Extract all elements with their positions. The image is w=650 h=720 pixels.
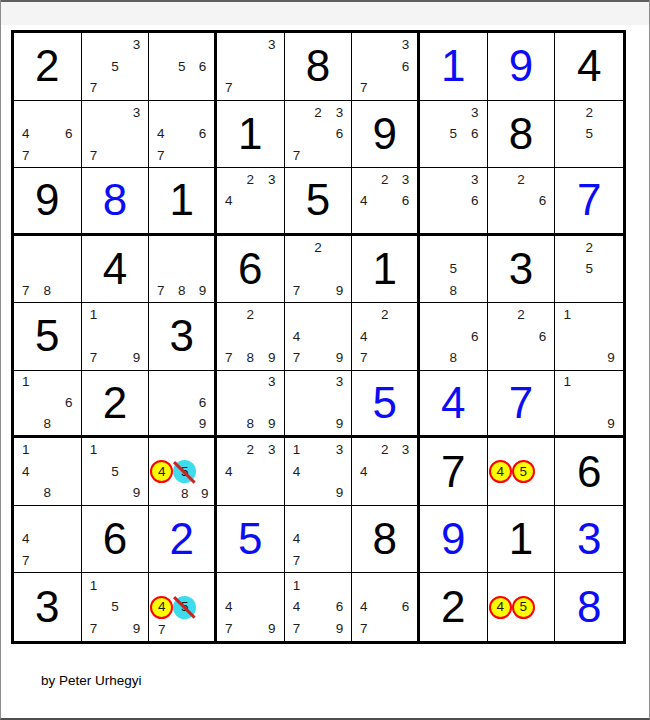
candidate-4-target: 4 — [489, 460, 512, 483]
entered-digit: 8 — [82, 168, 149, 233]
candidate-3: 3 — [402, 443, 410, 457]
given-digit: 8 — [285, 33, 352, 100]
candidate-5: 5 — [111, 465, 119, 479]
cell-r2c6[interactable]: 9 — [352, 101, 420, 169]
candidate-6: 6 — [336, 127, 344, 141]
cell-r1c5[interactable]: 8 — [285, 33, 353, 101]
candidate-5-target: 5 — [512, 460, 535, 483]
candidate-4: 4 — [293, 532, 301, 546]
candidate-4: 4 — [22, 127, 30, 141]
candidate-3: 3 — [336, 443, 344, 457]
cell-r4c3[interactable]: 789 — [149, 236, 217, 304]
candidate-2: 2 — [381, 173, 389, 187]
given-digit: 7 — [420, 438, 487, 505]
cell-r2c9[interactable]: 25 — [555, 101, 623, 169]
cell-r3c8[interactable]: 26 — [488, 168, 556, 236]
candidate-9: 9 — [199, 417, 207, 431]
candidate-grid: 179 — [83, 304, 148, 369]
cell-r6c1[interactable]: 168 — [14, 371, 82, 439]
candidate-6: 6 — [65, 127, 73, 141]
candidate-grid: 2346 — [353, 169, 416, 232]
entered-digit: 9 — [488, 33, 555, 100]
candidate-grid: 457 — [150, 574, 213, 640]
entered-digit: 2 — [149, 506, 214, 573]
candidate-grid: 234 — [218, 439, 283, 504]
candidate-2: 2 — [517, 308, 525, 322]
candidate-grid: 37 — [218, 34, 283, 99]
candidate-grid: 467 — [353, 574, 416, 640]
cell-r2c5[interactable]: 2367 — [285, 101, 353, 169]
candidate-2: 2 — [381, 308, 389, 322]
given-digit: 9 — [352, 101, 417, 168]
given-digit: 2 — [420, 573, 487, 641]
candidate-7: 7 — [90, 622, 98, 636]
candidate-7: 7 — [22, 284, 30, 298]
cell-r6c9[interactable]: 19 — [555, 371, 623, 439]
cell-r7c2[interactable]: 159 — [82, 438, 150, 506]
candidate-4: 4 — [225, 465, 233, 479]
candidate-9: 9 — [336, 417, 344, 431]
candidate-grid: 19 — [556, 372, 622, 435]
candidate-4: 4 — [157, 127, 165, 141]
candidate-grid: 1579 — [83, 574, 148, 640]
cell-r9c3[interactable]: 457 — [149, 573, 217, 641]
candidate-2: 2 — [381, 443, 389, 457]
cell-r9c9[interactable]: 8 — [555, 573, 623, 641]
cell-r3c4[interactable]: 234 — [217, 168, 285, 236]
candidate-6: 6 — [199, 127, 207, 141]
cell-r5c5[interactable]: 479 — [285, 303, 353, 371]
entered-digit: 7 — [555, 168, 623, 233]
candidate-2: 2 — [585, 241, 593, 255]
candidate-8: 8 — [44, 284, 52, 298]
cell-r1c2[interactable]: 357 — [82, 33, 150, 101]
cell-r3c9[interactable]: 7 — [555, 168, 623, 236]
candidate-7: 7 — [225, 351, 233, 365]
candidate-5-elim: 5 — [173, 460, 196, 483]
candidate-1: 1 — [90, 579, 98, 593]
cell-r7c1[interactable]: 148 — [14, 438, 82, 506]
candidate-2: 2 — [517, 173, 525, 187]
candidate-grid: 47 — [286, 507, 351, 572]
candidate-grid: 356 — [421, 102, 486, 167]
candidate-grid: 69 — [150, 372, 213, 435]
candidate-9: 9 — [133, 351, 141, 365]
candidate-3: 3 — [471, 106, 479, 120]
candidate-3: 3 — [471, 173, 479, 187]
candidate-1: 1 — [22, 375, 30, 389]
candidate-8: 8 — [247, 417, 255, 431]
cell-r7c4[interactable]: 234 — [217, 438, 285, 506]
candidate-grid: 26 — [489, 169, 554, 232]
cell-r3c6[interactable]: 2346 — [352, 168, 420, 236]
candidate-3: 3 — [336, 375, 344, 389]
candidate-7: 7 — [90, 81, 98, 95]
candidate-5-elim: 5 — [173, 596, 196, 619]
cell-r9c2[interactable]: 1579 — [82, 573, 150, 641]
candidate-6: 6 — [402, 600, 410, 614]
candidate-grid: 26 — [489, 304, 554, 369]
cell-r6c8[interactable]: 7 — [488, 371, 556, 439]
candidate-7: 7 — [22, 149, 30, 163]
cell-r8c2[interactable]: 6 — [82, 506, 150, 574]
cell-r2c4[interactable]: 1 — [217, 101, 285, 169]
candidate-9: 9 — [607, 417, 615, 431]
cell-r7c8[interactable]: 45 — [488, 438, 556, 506]
entered-digit: 4 — [420, 371, 487, 436]
candidate-6: 6 — [471, 127, 479, 141]
candidate-grid: 357 — [83, 34, 148, 99]
cell-r8c4[interactable]: 5 — [217, 506, 285, 574]
cell-r7c5[interactable]: 1349 — [285, 438, 353, 506]
cell-r9c1[interactable]: 3 — [14, 573, 82, 641]
candidate-grid: 19 — [556, 304, 622, 369]
candidate-8: 8 — [178, 284, 186, 298]
entered-digit: 7 — [488, 371, 555, 436]
candidate-grid: 789 — [150, 237, 213, 302]
cell-r6c6[interactable]: 5 — [352, 371, 420, 439]
candidate-8: 8 — [44, 417, 52, 431]
cell-r7c7[interactable]: 7 — [420, 438, 488, 506]
cell-r6c5[interactable]: 39 — [285, 371, 353, 439]
candidate-6: 6 — [402, 60, 410, 74]
cell-r2c7[interactable]: 356 — [420, 101, 488, 169]
given-digit: 3 — [488, 236, 555, 303]
candidate-9: 9 — [199, 284, 207, 298]
candidate-4: 4 — [360, 194, 368, 208]
cell-r6c7[interactable]: 4 — [420, 371, 488, 439]
candidate-grid: 168 — [15, 372, 80, 435]
given-digit: 1 — [217, 101, 284, 168]
entered-digit: 9 — [420, 506, 487, 573]
cell-r8c9[interactable]: 3 — [555, 506, 623, 574]
entered-digit: 1 — [420, 33, 487, 100]
candidate-grid: 234 — [218, 169, 283, 232]
cell-r4c5[interactable]: 279 — [285, 236, 353, 304]
given-digit: 2 — [82, 371, 149, 436]
candidate-7: 7 — [293, 284, 301, 298]
entered-digit: 5 — [352, 371, 417, 436]
candidate-2: 2 — [247, 308, 255, 322]
candidate-grid: 25 — [556, 237, 622, 302]
candidate-7: 7 — [90, 351, 98, 365]
candidate-6: 6 — [65, 396, 73, 410]
candidate-9: 9 — [268, 351, 276, 365]
cell-r4c1[interactable]: 78 — [14, 236, 82, 304]
candidate-8: 8 — [450, 284, 458, 298]
candidate-3: 3 — [268, 173, 276, 187]
cell-r5c6[interactable]: 247 — [352, 303, 420, 371]
cell-r3c3[interactable]: 1 — [149, 168, 217, 236]
cell-r7c6[interactable]: 234 — [352, 438, 420, 506]
given-digit: 5 — [14, 303, 81, 370]
top-scrollbar-track — [1, 0, 649, 25]
candidate-4: 4 — [293, 465, 301, 479]
candidate-3: 3 — [268, 375, 276, 389]
candidate-5: 5 — [111, 600, 119, 614]
given-digit: 6 — [555, 438, 623, 505]
cell-r1c1[interactable]: 2 — [14, 33, 82, 101]
cell-r8c7[interactable]: 9 — [420, 506, 488, 574]
given-digit: 1 — [488, 506, 555, 573]
cell-r9c4[interactable]: 479 — [217, 573, 285, 641]
candidate-7: 7 — [293, 622, 301, 636]
given-digit: 8 — [488, 101, 555, 168]
candidate-7: 7 — [157, 284, 165, 298]
candidate-grid: 247 — [353, 304, 416, 369]
candidate-9: 9 — [133, 486, 141, 500]
candidate-6: 6 — [471, 330, 479, 344]
candidate-6: 6 — [336, 600, 344, 614]
candidate-2: 2 — [314, 241, 322, 255]
candidate-grid: 37 — [83, 102, 148, 167]
candidate-5: 5 — [585, 262, 593, 276]
candidate-7: 7 — [293, 554, 301, 568]
candidate-grid: 39 — [286, 372, 351, 435]
candidate-1: 1 — [564, 308, 572, 322]
candidate-7: 7 — [293, 149, 301, 163]
given-digit: 1 — [352, 236, 417, 303]
candidate-grid: 4589 — [150, 439, 213, 504]
candidate-4: 4 — [225, 600, 233, 614]
candidate-grid: 1349 — [286, 439, 351, 504]
cell-r7c9[interactable]: 6 — [555, 438, 623, 506]
candidate-5: 5 — [178, 60, 186, 74]
given-digit: 3 — [149, 303, 214, 370]
given-digit: 3 — [14, 573, 81, 641]
cell-r2c3[interactable]: 467 — [149, 101, 217, 169]
candidate-grid: 479 — [218, 574, 283, 640]
candidate-6: 6 — [539, 330, 547, 344]
candidate-5-target: 5 — [512, 596, 535, 619]
cell-r8c3[interactable]: 2 — [149, 506, 217, 574]
candidate-6: 6 — [199, 396, 207, 410]
author-credit: by Peter Urhegyi — [41, 673, 142, 688]
candidate-7: 7 — [360, 81, 368, 95]
candidate-3: 3 — [133, 106, 141, 120]
cell-r7c3[interactable]: 4589 — [149, 438, 217, 506]
candidate-9: 9 — [336, 284, 344, 298]
candidate-4: 4 — [293, 330, 301, 344]
candidate-5: 5 — [450, 262, 458, 276]
candidate-9: 9 — [201, 487, 209, 501]
candidate-7: 7 — [158, 623, 166, 637]
candidate-3: 3 — [133, 38, 141, 52]
candidate-4: 4 — [22, 465, 30, 479]
candidate-4: 4 — [360, 330, 368, 344]
candidate-4-target: 4 — [489, 596, 512, 619]
candidate-grid: 2789 — [218, 304, 283, 369]
candidate-1: 1 — [22, 443, 30, 457]
cell-r3c2[interactable]: 8 — [82, 168, 150, 236]
candidate-grid: 56 — [150, 34, 213, 99]
candidate-grid: 467 — [150, 102, 213, 167]
candidate-grid: 467 — [15, 102, 80, 167]
candidate-4: 4 — [22, 532, 30, 546]
candidate-9: 9 — [268, 622, 276, 636]
cell-r8c8[interactable]: 1 — [488, 506, 556, 574]
cell-r4c4[interactable]: 6 — [217, 236, 285, 304]
candidate-4-target: 4 — [150, 460, 173, 483]
cell-r4c8[interactable]: 3 — [488, 236, 556, 304]
cell-r3c5[interactable]: 5 — [285, 168, 353, 236]
candidate-9: 9 — [268, 417, 276, 431]
candidate-5: 5 — [585, 127, 593, 141]
candidate-6: 6 — [471, 194, 479, 208]
candidate-4: 4 — [293, 600, 301, 614]
candidate-2: 2 — [247, 173, 255, 187]
candidate-grid: 68 — [421, 304, 486, 369]
candidate-9: 9 — [336, 622, 344, 636]
given-digit: 5 — [285, 168, 352, 233]
candidate-4-target: 4 — [150, 596, 173, 619]
cell-r1c4[interactable]: 37 — [217, 33, 285, 101]
cell-r8c1[interactable]: 47 — [14, 506, 82, 574]
candidate-5: 5 — [450, 127, 458, 141]
given-digit: 4 — [82, 236, 149, 303]
candidate-6: 6 — [402, 194, 410, 208]
candidate-3: 3 — [268, 38, 276, 52]
entered-digit: 5 — [217, 506, 284, 573]
cell-r6c3[interactable]: 69 — [149, 371, 217, 439]
candidate-8: 8 — [247, 351, 255, 365]
cell-r9c5[interactable]: 14679 — [285, 573, 353, 641]
candidate-7: 7 — [360, 351, 368, 365]
candidate-9: 9 — [133, 622, 141, 636]
cell-r2c8[interactable]: 8 — [488, 101, 556, 169]
candidate-4: 4 — [360, 600, 368, 614]
given-digit: 8 — [352, 506, 417, 573]
candidate-2: 2 — [247, 443, 255, 457]
cell-r1c9[interactable]: 4 — [555, 33, 623, 101]
given-digit: 6 — [82, 506, 149, 573]
candidate-7: 7 — [360, 622, 368, 636]
candidate-6: 6 — [539, 194, 547, 208]
candidate-3: 3 — [402, 173, 410, 187]
candidate-grid: 279 — [286, 237, 351, 302]
entered-digit: 3 — [555, 506, 623, 573]
candidate-4: 4 — [360, 465, 368, 479]
candidate-grid: 78 — [15, 237, 80, 302]
candidate-8: 8 — [44, 486, 52, 500]
candidate-3: 3 — [268, 443, 276, 457]
candidate-grid: 25 — [556, 102, 622, 167]
candidate-4: 4 — [225, 194, 233, 208]
candidate-8: 8 — [450, 351, 458, 365]
candidate-9: 9 — [336, 351, 344, 365]
cell-r1c3[interactable]: 56 — [149, 33, 217, 101]
cell-r3c1[interactable]: 9 — [14, 168, 82, 236]
candidate-5: 5 — [111, 60, 119, 74]
candidate-grid: 45 — [489, 574, 554, 640]
candidate-grid: 479 — [286, 304, 351, 369]
candidate-grid: 47 — [15, 507, 80, 572]
cell-r9c6[interactable]: 467 — [352, 573, 420, 641]
cell-r6c4[interactable]: 389 — [217, 371, 285, 439]
cell-r4c6[interactable]: 1 — [352, 236, 420, 304]
cell-r4c9[interactable]: 25 — [555, 236, 623, 304]
candidate-grid: 36 — [421, 169, 486, 232]
candidate-1: 1 — [90, 443, 98, 457]
candidate-grid: 45 — [489, 439, 554, 504]
cell-r1c8[interactable]: 9 — [488, 33, 556, 101]
cell-r5c8[interactable]: 26 — [488, 303, 556, 371]
candidate-3: 3 — [336, 106, 344, 120]
candidate-7: 7 — [157, 149, 165, 163]
given-digit: 2 — [14, 33, 81, 100]
entered-digit: 8 — [555, 573, 623, 641]
candidate-2: 2 — [314, 106, 322, 120]
candidate-grid: 58 — [421, 237, 486, 302]
cell-r5c9[interactable]: 19 — [555, 303, 623, 371]
given-digit: 6 — [217, 236, 284, 303]
cell-r5c2[interactable]: 179 — [82, 303, 150, 371]
cell-r8c6[interactable]: 8 — [352, 506, 420, 574]
candidate-2: 2 — [585, 106, 593, 120]
candidate-grid: 234 — [353, 439, 416, 504]
cell-r5c4[interactable]: 2789 — [217, 303, 285, 371]
candidate-7: 7 — [293, 351, 301, 365]
candidate-grid: 367 — [353, 34, 416, 99]
cell-r6c2[interactable]: 2 — [82, 371, 150, 439]
cell-r2c1[interactable]: 467 — [14, 101, 82, 169]
cell-r1c7[interactable]: 1 — [420, 33, 488, 101]
cell-r8c5[interactable]: 47 — [285, 506, 353, 574]
cell-r9c7[interactable]: 2 — [420, 573, 488, 641]
cell-r5c7[interactable]: 68 — [420, 303, 488, 371]
candidate-8: 8 — [181, 487, 189, 501]
cell-r5c1[interactable]: 5 — [14, 303, 82, 371]
candidate-7: 7 — [225, 81, 233, 95]
given-digit: 1 — [149, 168, 214, 233]
candidate-7: 7 — [22, 554, 30, 568]
candidate-grid: 159 — [83, 439, 148, 504]
candidate-grid: 14679 — [286, 574, 351, 640]
candidate-grid: 389 — [218, 372, 283, 435]
candidate-6: 6 — [199, 60, 207, 74]
candidate-grid: 148 — [15, 439, 80, 504]
candidate-9: 9 — [607, 351, 615, 365]
candidate-grid: 2367 — [286, 102, 351, 167]
candidate-1: 1 — [293, 579, 301, 593]
sudoku-app-window: 2357563783671944673746712367935682598123… — [0, 0, 650, 720]
cell-r2c2[interactable]: 37 — [82, 101, 150, 169]
given-digit: 4 — [555, 33, 623, 100]
cell-r5c3[interactable]: 3 — [149, 303, 217, 371]
sudoku-board: 2357563783671944673746712367935682598123… — [11, 30, 626, 644]
cell-r3c7[interactable]: 36 — [420, 168, 488, 236]
candidate-7: 7 — [90, 149, 98, 163]
cell-r9c8[interactable]: 45 — [488, 573, 556, 641]
candidate-1: 1 — [564, 375, 572, 389]
cell-r4c2[interactable]: 4 — [82, 236, 150, 304]
candidate-3: 3 — [402, 38, 410, 52]
candidate-9: 9 — [336, 486, 344, 500]
given-digit: 9 — [14, 168, 81, 233]
candidate-1: 1 — [90, 308, 98, 322]
cell-r1c6[interactable]: 367 — [352, 33, 420, 101]
candidate-7: 7 — [225, 622, 233, 636]
cell-r4c7[interactable]: 58 — [420, 236, 488, 304]
candidate-1: 1 — [293, 443, 301, 457]
